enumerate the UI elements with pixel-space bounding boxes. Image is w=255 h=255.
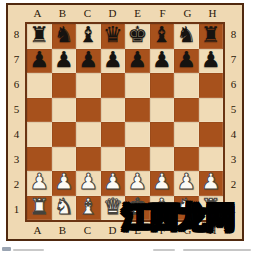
black-bishop: ♝ [152,24,172,46]
black-pawn: ♟ [29,49,49,71]
square-b5[interactable] [52,98,77,123]
site-watermark: 江西龙网 [122,202,234,234]
black-rook: ♜ [29,24,49,46]
square-a8[interactable]: ♜ [27,24,52,49]
black-king: ♚ [127,24,147,46]
rank-label-7: 7 [14,54,20,65]
square-c8[interactable]: ♝ [76,24,101,49]
black-pawn: ♟ [201,49,221,71]
square-d7[interactable]: ♟ [101,49,126,74]
file-label-d: D [109,225,117,236]
file-label-b: B [59,8,66,19]
white-pawn: ♟ [201,171,221,193]
white-pawn: ♟ [176,171,196,193]
white-pawn: ♟ [54,171,74,193]
square-g5[interactable] [174,98,199,123]
square-b4[interactable] [52,122,77,147]
rank-label-7: 7 [231,54,237,65]
square-g8[interactable]: ♞ [174,24,199,49]
square-e5[interactable] [125,98,150,123]
black-pawn: ♟ [54,49,74,71]
white-rook: ♜ [29,196,49,218]
square-b6[interactable] [52,73,77,98]
watermark-char: 西 [150,200,178,234]
file-label-b: B [59,225,66,236]
square-e7[interactable]: ♟ [125,49,150,74]
square-h2[interactable]: ♟ [199,171,224,196]
black-queen: ♛ [103,24,123,46]
white-knight: ♞ [54,196,74,218]
square-h5[interactable] [199,98,224,123]
rank-label-1: 1 [14,204,20,215]
white-pawn: ♟ [152,171,172,193]
square-d8[interactable]: ♛ [101,24,126,49]
footer-watermark-smudge [153,249,175,251]
rank-label-8: 8 [231,29,237,40]
square-e4[interactable] [125,122,150,147]
square-h4[interactable] [199,122,224,147]
square-e8[interactable]: ♚ [125,24,150,49]
rank-label-6: 6 [14,79,20,90]
square-e6[interactable] [125,73,150,98]
file-label-g: G [184,8,192,19]
square-b3[interactable] [52,147,77,172]
square-g3[interactable] [174,147,199,172]
black-knight: ♞ [54,24,74,46]
square-d3[interactable] [101,147,126,172]
ranks-right: 87654321 [225,22,242,222]
file-label-c: C [84,225,91,236]
square-b8[interactable]: ♞ [52,24,77,49]
square-b7[interactable]: ♟ [52,49,77,74]
square-d4[interactable] [101,122,126,147]
white-pawn: ♟ [78,171,98,193]
square-f2[interactable]: ♟ [150,171,175,196]
square-c5[interactable] [76,98,101,123]
file-label-f: F [159,8,165,19]
square-a1[interactable]: ♜ [27,196,52,221]
board: ♜♞♝♛♚♝♞♜♟♟♟♟♟♟♟♟♟♟♟♟♟♟♟♟♜♞♝♛♚♝♞♜ [25,22,225,222]
white-pawn: ♟ [29,171,49,193]
square-c1[interactable]: ♝ [76,196,101,221]
file-label-e: E [134,8,141,19]
square-c7[interactable]: ♟ [76,49,101,74]
footer-watermark-smudge [183,249,251,251]
square-b2[interactable]: ♟ [52,171,77,196]
square-a3[interactable] [27,147,52,172]
black-bishop: ♝ [78,24,98,46]
black-knight: ♞ [176,24,196,46]
square-a6[interactable] [27,73,52,98]
files-top: ABCDEFGH [25,5,225,22]
square-d2[interactable]: ♟ [101,171,126,196]
square-c3[interactable] [76,147,101,172]
square-f5[interactable] [150,98,175,123]
file-label-h: H [209,8,217,19]
square-d5[interactable] [101,98,126,123]
white-bishop: ♝ [78,196,98,218]
black-pawn: ♟ [176,49,196,71]
square-f3[interactable] [150,147,175,172]
square-f8[interactable]: ♝ [150,24,175,49]
square-f7[interactable]: ♟ [150,49,175,74]
square-g2[interactable]: ♟ [174,171,199,196]
square-e3[interactable] [125,147,150,172]
black-rook: ♜ [201,24,221,46]
black-pawn: ♟ [152,49,172,71]
square-h3[interactable] [199,147,224,172]
rank-label-3: 3 [231,154,237,165]
watermark-char: 江 [122,200,150,234]
square-g7[interactable]: ♟ [174,49,199,74]
square-h7[interactable]: ♟ [199,49,224,74]
square-a4[interactable] [27,122,52,147]
square-c4[interactable] [76,122,101,147]
watermark-char: 龙 [178,200,206,234]
file-label-a: A [34,225,42,236]
square-e2[interactable]: ♟ [125,171,150,196]
square-d6[interactable] [101,73,126,98]
black-pawn: ♟ [127,49,147,71]
square-c2[interactable]: ♟ [76,171,101,196]
black-pawn: ♟ [103,49,123,71]
rank-label-2: 2 [231,179,237,190]
square-h8[interactable]: ♜ [199,24,224,49]
square-c6[interactable] [76,73,101,98]
rank-label-6: 6 [231,79,237,90]
rank-label-4: 4 [231,129,237,140]
ranks-left: 87654321 [8,22,25,222]
file-label-a: A [34,8,42,19]
square-b1[interactable]: ♞ [52,196,77,221]
square-f4[interactable] [150,122,175,147]
file-label-c: C [84,8,91,19]
rank-label-3: 3 [14,154,20,165]
rank-label-5: 5 [231,104,237,115]
footer-watermark-smudge [13,249,44,251]
white-pawn: ♟ [127,171,147,193]
rank-label-2: 2 [14,179,20,190]
square-a7[interactable]: ♟ [27,49,52,74]
square-h6[interactable] [199,73,224,98]
black-pawn: ♟ [78,49,98,71]
square-f6[interactable] [150,73,175,98]
rank-label-5: 5 [14,104,20,115]
white-queen: ♛ [103,196,123,218]
square-g6[interactable] [174,73,199,98]
footer-watermark-smudge [2,247,11,251]
square-a5[interactable] [27,98,52,123]
watermark-char: 网 [206,200,234,234]
file-label-d: D [109,8,117,19]
rank-label-4: 4 [14,129,20,140]
square-g4[interactable] [174,122,199,147]
white-pawn: ♟ [103,171,123,193]
square-a2[interactable]: ♟ [27,171,52,196]
rank-label-8: 8 [14,29,20,40]
